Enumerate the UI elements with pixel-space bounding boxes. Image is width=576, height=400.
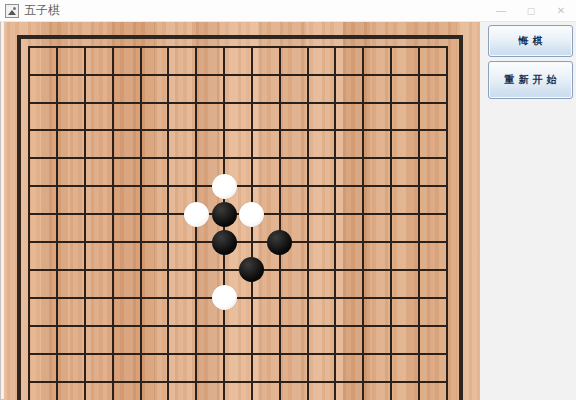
restart-button[interactable]: 重新开始 [488,61,573,99]
grid-line-vertical [279,46,281,400]
grid-line-vertical [167,46,169,400]
grid-line-horizontal [28,157,447,159]
grid-line-vertical [56,46,58,400]
grid-line-vertical [418,46,420,400]
grid-line-horizontal [28,129,447,131]
grid-line-horizontal [28,74,447,76]
grid-line-vertical [84,46,86,400]
undo-move-button[interactable]: 悔棋 [488,25,573,57]
grid-line-horizontal [28,353,447,355]
grid-line-horizontal [28,297,447,299]
grid-line-horizontal [28,102,447,104]
grid-line-vertical [28,46,30,400]
grid-line-vertical [307,46,309,400]
grid-line-horizontal [28,269,447,271]
grid-line-vertical [390,46,392,400]
maximize-button[interactable]: ▢ [516,0,546,22]
grid-line-horizontal [28,241,447,243]
white-stone [212,285,237,310]
black-stone [267,230,292,255]
grid-line-vertical [140,46,142,400]
white-stone [239,202,264,227]
grid-line-horizontal [28,46,447,48]
grid-line-vertical [334,46,336,400]
close-button[interactable]: ✕ [546,0,576,22]
grid-line-vertical [112,46,114,400]
gomoku-window: 五子棋 — ▢ ✕ 悔棋 重新开始 [0,0,576,400]
white-stone [212,174,237,199]
app-icon[interactable] [5,4,19,18]
game-board[interactable] [4,22,480,400]
side-panel: 悔棋 重新开始 [480,22,576,400]
minimize-button[interactable]: — [486,0,516,22]
grid-line-horizontal [28,325,447,327]
grid-line-vertical [446,46,448,400]
grid-line-horizontal [28,381,447,383]
black-stone [212,202,237,227]
title-bar: 五子棋 — ▢ ✕ [0,0,576,22]
window-controls: — ▢ ✕ [486,0,576,22]
white-stone [184,202,209,227]
grid-line-horizontal [28,185,447,187]
grid-line-horizontal [28,213,447,215]
grid-line-vertical [362,46,364,400]
window-title: 五子棋 [24,2,60,19]
black-stone [212,230,237,255]
